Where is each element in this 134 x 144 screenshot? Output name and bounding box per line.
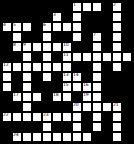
crossword-cell[interactable]	[22, 52, 32, 62]
crossword-cell[interactable]	[102, 102, 112, 112]
block-cell	[102, 122, 112, 132]
crossword-cell[interactable]: 9	[22, 42, 32, 52]
crossword-cell[interactable]	[92, 102, 102, 112]
crossword-grid: 123456789101112131415161718192021222324	[2, 2, 132, 142]
crossword-cell[interactable]: 11	[62, 52, 72, 62]
crossword-cell[interactable]	[22, 62, 32, 72]
block-cell	[122, 92, 132, 102]
crossword-cell[interactable]: 10	[62, 42, 72, 52]
crossword-cell[interactable]	[22, 132, 32, 142]
block-cell	[102, 92, 112, 102]
block-cell	[82, 122, 92, 132]
block-cell	[12, 102, 22, 112]
crossword-cell[interactable]	[72, 82, 82, 92]
crossword-cell[interactable]	[32, 92, 42, 102]
block-cell	[42, 12, 52, 22]
crossword-cell[interactable]: 7	[92, 32, 102, 42]
clue-number: 1	[73, 2, 76, 7]
crossword-cell[interactable]	[82, 2, 92, 12]
block-cell	[32, 22, 42, 32]
block-cell	[112, 92, 122, 102]
crossword-cell[interactable]	[112, 132, 122, 142]
crossword-cell[interactable]	[112, 32, 122, 42]
crossword-cell[interactable]: 12	[2, 62, 12, 72]
block-cell	[12, 12, 22, 22]
block-cell	[32, 32, 42, 42]
block-cell	[52, 102, 62, 112]
clue-number: 11	[63, 52, 69, 57]
clue-number: 8	[13, 42, 16, 47]
block-cell	[82, 112, 92, 122]
block-cell	[32, 12, 42, 22]
crossword-cell[interactable]	[42, 62, 52, 72]
block-cell	[2, 102, 12, 112]
block-cell	[102, 62, 112, 72]
crossword-cell[interactable]	[22, 22, 32, 32]
crossword-cell[interactable]	[102, 52, 112, 62]
block-cell	[2, 32, 12, 42]
block-cell	[32, 2, 42, 12]
crossword-cell[interactable]	[72, 122, 82, 132]
crossword-cell[interactable]	[112, 42, 122, 52]
clue-number: 23	[43, 112, 49, 117]
crossword-cell[interactable]	[92, 2, 102, 12]
clue-number: 21	[113, 102, 119, 107]
crossword-cell[interactable]: 16	[82, 82, 92, 92]
block-cell	[62, 2, 72, 12]
block-cell	[2, 122, 12, 132]
block-cell	[102, 112, 112, 122]
crossword-cell[interactable]	[112, 12, 122, 22]
block-cell	[32, 102, 42, 112]
block-cell	[82, 12, 92, 22]
crossword-cell[interactable]: 6	[42, 22, 52, 32]
crossword-cell[interactable]	[92, 72, 102, 82]
block-cell	[12, 2, 22, 12]
crossword-cell[interactable]	[72, 52, 82, 62]
clue-number: 3	[53, 12, 56, 17]
crossword-cell[interactable]: 13	[62, 72, 72, 82]
block-cell	[32, 122, 42, 132]
block-cell	[2, 132, 12, 142]
crossword-cell[interactable]	[62, 62, 72, 72]
block-cell	[122, 72, 132, 82]
crossword-cell[interactable]	[42, 122, 52, 132]
crossword-cell[interactable]	[92, 82, 102, 92]
crossword-cell[interactable]	[72, 22, 82, 32]
block-cell	[122, 22, 132, 32]
block-cell	[92, 132, 102, 142]
crossword-cell[interactable]	[122, 52, 132, 62]
clue-number: 12	[3, 62, 9, 67]
crossword-cell[interactable]	[52, 132, 62, 142]
block-cell	[12, 82, 22, 92]
block-cell	[12, 122, 22, 132]
crossword-cell[interactable]	[32, 132, 42, 142]
block-cell	[22, 122, 32, 132]
crossword-cell[interactable]	[112, 122, 122, 132]
clue-number: 17	[13, 92, 19, 97]
block-cell	[82, 72, 92, 82]
crossword-cell[interactable]	[42, 72, 52, 82]
block-cell	[12, 72, 22, 82]
crossword-cell[interactable]	[42, 32, 52, 42]
crossword-cell[interactable]	[12, 32, 22, 42]
clue-number: 4	[3, 22, 6, 27]
clue-number: 9	[23, 42, 26, 47]
block-cell	[122, 132, 132, 142]
crossword-cell[interactable]	[92, 122, 102, 132]
crossword-cell[interactable]	[72, 132, 82, 142]
block-cell	[52, 72, 62, 82]
crossword-cell[interactable]	[22, 92, 32, 102]
block-cell	[52, 52, 62, 62]
crossword-cell[interactable]	[112, 52, 122, 62]
crossword-cell[interactable]	[22, 72, 32, 82]
block-cell	[2, 2, 12, 12]
block-cell	[32, 72, 42, 82]
crossword-cell[interactable]	[82, 52, 92, 62]
block-cell	[82, 42, 92, 52]
crossword-cell[interactable]: 5	[12, 22, 22, 32]
crossword-page: 123456789101112131415161718192021222324	[0, 0, 134, 144]
crossword-cell[interactable]	[112, 22, 122, 32]
block-cell	[122, 42, 132, 52]
crossword-cell[interactable]	[92, 42, 102, 52]
block-cell	[42, 82, 52, 92]
block-cell	[72, 42, 82, 52]
block-cell	[42, 92, 52, 102]
clue-number: 7	[93, 32, 96, 37]
clue-number: 10	[63, 42, 69, 47]
block-cell	[122, 122, 132, 132]
block-cell	[2, 42, 12, 52]
crossword-cell[interactable]: 15	[62, 82, 72, 92]
block-cell	[112, 72, 122, 82]
block-cell	[52, 2, 62, 12]
block-cell	[122, 32, 132, 42]
crossword-cell[interactable]: 14	[72, 72, 82, 82]
block-cell	[22, 2, 32, 12]
block-cell	[12, 52, 22, 62]
crossword-cell[interactable]	[92, 112, 102, 122]
block-cell	[122, 2, 132, 12]
block-cell	[2, 12, 12, 22]
crossword-cell[interactable]	[92, 52, 102, 62]
block-cell	[62, 122, 72, 132]
block-cell	[52, 32, 62, 42]
block-cell	[22, 32, 32, 42]
crossword-cell[interactable]	[82, 102, 92, 112]
crossword-cell[interactable]	[72, 112, 82, 122]
block-cell	[122, 62, 132, 72]
crossword-cell[interactable]: 21	[112, 102, 122, 112]
block-cell	[42, 102, 52, 112]
block-cell	[102, 12, 112, 22]
crossword-cell[interactable]	[42, 132, 52, 142]
crossword-cell[interactable]	[22, 112, 32, 122]
block-cell	[102, 82, 112, 92]
block-cell	[62, 102, 72, 112]
block-cell	[32, 52, 42, 62]
block-cell	[102, 42, 112, 52]
clue-number: 16	[83, 82, 89, 87]
clue-number: 24	[13, 132, 19, 137]
clue-number: 14	[73, 72, 79, 77]
crossword-cell[interactable]: 8	[12, 42, 22, 52]
block-cell	[122, 102, 132, 112]
block-cell	[72, 92, 82, 102]
crossword-cell[interactable]	[72, 12, 82, 22]
block-cell	[102, 2, 112, 12]
crossword-cell[interactable]	[62, 92, 72, 102]
clue-number: 13	[63, 72, 69, 77]
crossword-board: 123456789101112131415161718192021222324	[0, 0, 134, 144]
crossword-cell[interactable]: 19	[82, 92, 92, 102]
crossword-cell[interactable]	[32, 112, 42, 122]
crossword-cell[interactable]	[22, 82, 32, 92]
clue-number: 20	[73, 102, 79, 107]
block-cell	[122, 112, 132, 122]
block-cell	[102, 132, 112, 142]
block-cell	[82, 32, 92, 42]
crossword-cell[interactable]	[52, 112, 62, 122]
crossword-cell[interactable]	[52, 22, 62, 32]
crossword-cell[interactable]: 4	[2, 22, 12, 32]
block-cell	[62, 12, 72, 22]
crossword-cell[interactable]: 20	[72, 102, 82, 112]
crossword-cell[interactable]: 17	[12, 92, 22, 102]
crossword-cell[interactable]: 22	[2, 112, 12, 122]
block-cell	[102, 72, 112, 82]
block-cell	[2, 52, 12, 62]
block-cell	[122, 12, 132, 22]
clue-number: 2	[113, 2, 116, 7]
crossword-cell[interactable]	[22, 102, 32, 112]
crossword-cell[interactable]	[52, 42, 62, 52]
crossword-cell[interactable]	[42, 52, 52, 62]
block-cell	[2, 92, 12, 102]
crossword-cell[interactable]: 2	[112, 2, 122, 12]
block-cell	[82, 22, 92, 32]
clue-number: 22	[3, 112, 9, 117]
block-cell	[72, 62, 82, 72]
crossword-cell[interactable]	[32, 42, 42, 52]
block-cell	[62, 32, 72, 42]
crossword-cell[interactable]	[62, 22, 72, 32]
block-cell	[92, 12, 102, 22]
block-cell	[52, 122, 62, 132]
crossword-cell[interactable]	[32, 62, 42, 72]
crossword-cell[interactable]	[112, 62, 122, 72]
block-cell	[122, 82, 132, 92]
crossword-cell[interactable]	[72, 32, 82, 42]
block-cell	[102, 22, 112, 32]
crossword-cell[interactable]	[62, 132, 72, 142]
crossword-cell[interactable]	[92, 92, 102, 102]
block-cell	[52, 82, 62, 92]
crossword-cell[interactable]	[2, 72, 12, 82]
crossword-cell[interactable]	[12, 112, 22, 122]
crossword-cell[interactable]: 3	[52, 12, 62, 22]
crossword-cell[interactable]	[92, 62, 102, 72]
crossword-cell[interactable]	[62, 112, 72, 122]
crossword-cell[interactable]	[2, 82, 12, 92]
clue-number: 15	[63, 82, 69, 87]
crossword-cell[interactable]: 18	[52, 92, 62, 102]
crossword-cell[interactable]	[82, 132, 92, 142]
block-cell	[92, 22, 102, 32]
block-cell	[82, 62, 92, 72]
crossword-cell[interactable]	[12, 62, 22, 72]
crossword-cell[interactable]: 1	[72, 2, 82, 12]
crossword-cell[interactable]: 24	[12, 132, 22, 142]
crossword-cell[interactable]	[42, 42, 52, 52]
block-cell	[112, 82, 122, 92]
clue-number: 19	[83, 92, 89, 97]
crossword-cell[interactable]	[52, 62, 62, 72]
block-cell	[102, 32, 112, 42]
crossword-cell[interactable]	[112, 112, 122, 122]
clue-number: 18	[53, 92, 59, 97]
block-cell	[22, 12, 32, 22]
block-cell	[32, 82, 42, 92]
block-cell	[42, 2, 52, 12]
clue-number: 5	[13, 22, 16, 27]
crossword-cell[interactable]: 23	[42, 112, 52, 122]
clue-number: 6	[43, 22, 46, 27]
